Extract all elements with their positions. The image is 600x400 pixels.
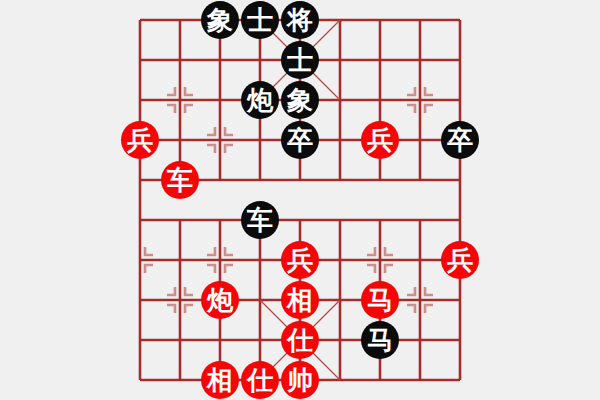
board-point-f6-r9[interactable] xyxy=(360,360,400,400)
board-point-f4-r8[interactable]: 仕 xyxy=(280,320,320,360)
board-point-f2-r0[interactable]: 象 xyxy=(200,0,240,40)
board-point-f7-r5[interactable] xyxy=(400,200,440,240)
board-point-f7-r1[interactable] xyxy=(400,40,440,80)
board-point-f4-r9[interactable]: 帅 xyxy=(280,360,320,400)
board-point-f1-r8[interactable] xyxy=(160,320,200,360)
board-point-f7-r2[interactable] xyxy=(400,80,440,120)
board-point-f5-r8[interactable] xyxy=(320,320,360,360)
board-point-f8-r7[interactable] xyxy=(440,280,480,320)
board-point-f2-r7[interactable]: 炮 xyxy=(200,280,240,320)
board-point-f5-r2[interactable] xyxy=(320,80,360,120)
board-point-f5-r9[interactable] xyxy=(320,360,360,400)
piece-red-soldier[interactable]: 兵 xyxy=(361,121,399,159)
board-point-f3-r7[interactable] xyxy=(240,280,280,320)
board-point-f1-r4[interactable]: 车 xyxy=(160,160,200,200)
board-point-f7-r0[interactable] xyxy=(400,0,440,40)
board-point-f2-r5[interactable] xyxy=(200,200,240,240)
board-point-f0-r1[interactable] xyxy=(120,40,160,80)
board-point-f0-r9[interactable] xyxy=(120,360,160,400)
board-point-f7-r9[interactable] xyxy=(400,360,440,400)
board-point-f3-r9[interactable]: 仕 xyxy=(240,360,280,400)
board-point-f2-r3[interactable] xyxy=(200,120,240,160)
board-point-f1-r5[interactable] xyxy=(160,200,200,240)
piece-red-advisor[interactable]: 仕 xyxy=(281,321,319,359)
piece-black-elephant[interactable]: 象 xyxy=(201,1,239,39)
piece-black-horse[interactable]: 马 xyxy=(361,321,399,359)
board-point-f0-r5[interactable] xyxy=(120,200,160,240)
piece-red-general[interactable]: 帅 xyxy=(281,361,319,399)
board-point-f2-r1[interactable] xyxy=(200,40,240,80)
board-point-f4-r6[interactable]: 兵 xyxy=(280,240,320,280)
board-point-f7-r6[interactable] xyxy=(400,240,440,280)
board-point-f3-r0[interactable]: 士 xyxy=(240,0,280,40)
board-point-f2-r9[interactable]: 相 xyxy=(200,360,240,400)
piece-black-soldier[interactable]: 卒 xyxy=(441,121,479,159)
board-point-f8-r4[interactable] xyxy=(440,160,480,200)
board-point-f6-r6[interactable] xyxy=(360,240,400,280)
board-point-f6-r7[interactable]: 马 xyxy=(360,280,400,320)
board-point-f7-r8[interactable] xyxy=(400,320,440,360)
board-point-f4-r1[interactable]: 士 xyxy=(280,40,320,80)
board-point-f6-r4[interactable] xyxy=(360,160,400,200)
piece-red-advisor[interactable]: 仕 xyxy=(241,361,279,399)
board-point-f5-r7[interactable] xyxy=(320,280,360,320)
board-point-f4-r3[interactable]: 卒 xyxy=(280,120,320,160)
piece-black-advisor[interactable]: 士 xyxy=(281,41,319,79)
board-point-f4-r5[interactable] xyxy=(280,200,320,240)
board-point-f5-r0[interactable] xyxy=(320,0,360,40)
board-point-f3-r8[interactable] xyxy=(240,320,280,360)
piece-black-elephant[interactable]: 象 xyxy=(281,81,319,119)
board-point-f5-r6[interactable] xyxy=(320,240,360,280)
board-point-f3-r6[interactable] xyxy=(240,240,280,280)
board-point-f0-r2[interactable] xyxy=(120,80,160,120)
board-point-f3-r3[interactable] xyxy=(240,120,280,160)
piece-black-chariot[interactable]: 车 xyxy=(241,201,279,239)
board-point-f3-r1[interactable] xyxy=(240,40,280,80)
piece-red-elephant[interactable]: 相 xyxy=(281,281,319,319)
board-point-f1-r9[interactable] xyxy=(160,360,200,400)
board-point-f2-r4[interactable] xyxy=(200,160,240,200)
board-point-f6-r2[interactable] xyxy=(360,80,400,120)
board-point-f1-r0[interactable] xyxy=(160,0,200,40)
piece-red-chariot[interactable]: 车 xyxy=(161,161,199,199)
board-point-f6-r5[interactable] xyxy=(360,200,400,240)
board-point-f3-r5[interactable]: 车 xyxy=(240,200,280,240)
xiangqi-board[interactable]: 象士将士炮象兵卒兵卒车车兵兵炮相马仕马相仕帅 xyxy=(120,0,480,400)
board-point-f2-r8[interactable] xyxy=(200,320,240,360)
board-point-f7-r3[interactable] xyxy=(400,120,440,160)
piece-red-soldier[interactable]: 兵 xyxy=(441,241,479,279)
board-point-f6-r0[interactable] xyxy=(360,0,400,40)
piece-red-cannon[interactable]: 炮 xyxy=(201,281,239,319)
board-point-f4-r4[interactable] xyxy=(280,160,320,200)
piece-black-general[interactable]: 将 xyxy=(281,1,319,39)
board-point-f0-r7[interactable] xyxy=(120,280,160,320)
board-point-f7-r7[interactable] xyxy=(400,280,440,320)
piece-red-elephant[interactable]: 相 xyxy=(201,361,239,399)
piece-black-soldier[interactable]: 卒 xyxy=(281,121,319,159)
board-point-f5-r1[interactable] xyxy=(320,40,360,80)
board-point-f8-r2[interactable] xyxy=(440,80,480,120)
board-point-f5-r3[interactable] xyxy=(320,120,360,160)
board-point-f1-r3[interactable] xyxy=(160,120,200,160)
board-point-f5-r4[interactable] xyxy=(320,160,360,200)
board-point-f0-r0[interactable] xyxy=(120,0,160,40)
board-point-f3-r2[interactable]: 炮 xyxy=(240,80,280,120)
board-point-f0-r4[interactable] xyxy=(120,160,160,200)
board-point-f8-r9[interactable] xyxy=(440,360,480,400)
board-point-f2-r6[interactable] xyxy=(200,240,240,280)
piece-black-advisor[interactable]: 士 xyxy=(241,1,279,39)
piece-black-cannon[interactable]: 炮 xyxy=(241,81,279,119)
board-point-f6-r1[interactable] xyxy=(360,40,400,80)
piece-red-soldier[interactable]: 兵 xyxy=(121,121,159,159)
board-point-f1-r6[interactable] xyxy=(160,240,200,280)
board-point-f4-r7[interactable]: 相 xyxy=(280,280,320,320)
board-point-f4-r2[interactable]: 象 xyxy=(280,80,320,120)
board-point-f0-r8[interactable] xyxy=(120,320,160,360)
board-point-f1-r2[interactable] xyxy=(160,80,200,120)
board-point-f0-r6[interactable] xyxy=(120,240,160,280)
board-point-f5-r5[interactable] xyxy=(320,200,360,240)
piece-red-horse[interactable]: 马 xyxy=(361,281,399,319)
board-point-f8-r5[interactable] xyxy=(440,200,480,240)
board-point-f8-r3[interactable]: 卒 xyxy=(440,120,480,160)
board-point-f8-r1[interactable] xyxy=(440,40,480,80)
board-point-f0-r3[interactable]: 兵 xyxy=(120,120,160,160)
board-point-f2-r2[interactable] xyxy=(200,80,240,120)
board-point-f3-r4[interactable] xyxy=(240,160,280,200)
board-point-f8-r6[interactable]: 兵 xyxy=(440,240,480,280)
board-point-f7-r4[interactable] xyxy=(400,160,440,200)
piece-red-soldier[interactable]: 兵 xyxy=(281,241,319,279)
xiangqi-screenshot: 象士将士炮象兵卒兵卒车车兵兵炮相马仕马相仕帅 xyxy=(0,0,600,400)
board-point-f8-r0[interactable] xyxy=(440,0,480,40)
board-point-f8-r8[interactable] xyxy=(440,320,480,360)
board-point-f6-r3[interactable]: 兵 xyxy=(360,120,400,160)
board-point-f1-r7[interactable] xyxy=(160,280,200,320)
board-point-f4-r0[interactable]: 将 xyxy=(280,0,320,40)
board-point-f1-r1[interactable] xyxy=(160,40,200,80)
board-point-f6-r8[interactable]: 马 xyxy=(360,320,400,360)
